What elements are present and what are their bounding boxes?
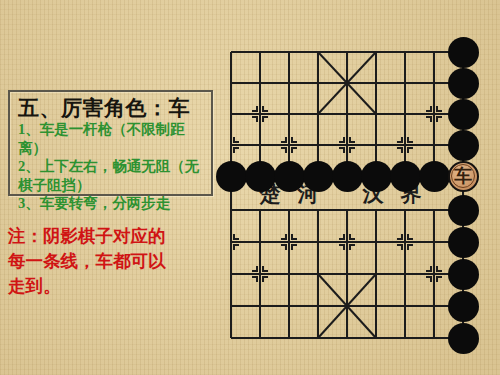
shaded-piece: [448, 323, 479, 354]
shaded-piece: [448, 37, 479, 68]
shaded-piece: [448, 291, 479, 322]
note-line: 走到。: [8, 274, 208, 299]
lesson-slide: 五、厉害角色：车 1、车是一杆枪（不限制距离）2、上下左右，畅通无阻（无棋子阻挡…: [0, 0, 500, 375]
panel-item: 3、车要转弯，分两步走: [18, 194, 207, 213]
shaded-piece: [448, 99, 479, 130]
shaded-piece: [361, 161, 392, 192]
panel-item: 2、上下左右，畅通无阻（无棋子阻挡）: [18, 157, 207, 194]
panel-item: 1、车是一杆枪（不限制距离）: [18, 120, 207, 157]
shaded-piece: [216, 161, 247, 192]
xiangqi-board: 楚河汉界 车: [215, 36, 495, 354]
shaded-piece: [448, 195, 479, 226]
shaded-piece: [448, 227, 479, 258]
chariot-character: 车: [454, 167, 472, 185]
shaded-piece: [448, 130, 479, 161]
shaded-piece: [303, 161, 334, 192]
shaded-piece: [332, 161, 363, 192]
shaded-piece: [274, 161, 305, 192]
shaded-piece: [448, 259, 479, 290]
shaded-piece: [419, 161, 450, 192]
panel-title: 五、厉害角色：车: [18, 96, 207, 120]
board-grid: 车: [217, 37, 478, 355]
shaded-piece: [245, 161, 276, 192]
shaded-piece: [448, 68, 479, 99]
shaded-piece: [390, 161, 421, 192]
chariot-piece: 车: [448, 161, 479, 192]
panel-items: 1、车是一杆枪（不限制距离）2、上下左右，畅通无阻（无棋子阻挡）3、车要转弯，分…: [18, 120, 207, 213]
note-line: 注：阴影棋子对应的: [8, 224, 208, 249]
note-text: 注：阴影棋子对应的每一条线，车都可以走到。: [8, 224, 208, 299]
note-line: 每一条线，车都可以: [8, 249, 208, 274]
lesson-panel: 五、厉害角色：车 1、车是一杆枪（不限制距离）2、上下左右，畅通无阻（无棋子阻挡…: [8, 90, 213, 196]
